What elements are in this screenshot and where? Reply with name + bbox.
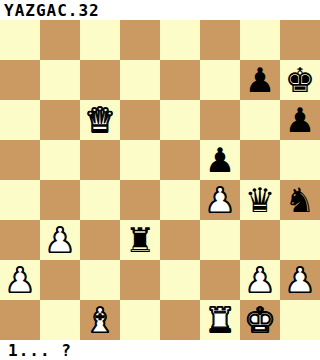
square-h4: ♞ (280, 180, 320, 220)
square-f4: ♟ (200, 180, 240, 220)
black-queen: ♛ (245, 180, 275, 220)
square-a5 (0, 140, 40, 180)
square-d2 (120, 260, 160, 300)
white-pawn: ♟ (5, 260, 35, 300)
square-e8 (160, 20, 200, 60)
square-h5 (280, 140, 320, 180)
square-c2 (80, 260, 120, 300)
puzzle-title: YAZGAC.32 (4, 1, 100, 20)
square-g6 (240, 100, 280, 140)
square-d3: ♜ (120, 220, 160, 260)
square-g2: ♟ (240, 260, 280, 300)
square-f5: ♟ (200, 140, 240, 180)
square-e3 (160, 220, 200, 260)
square-e4 (160, 180, 200, 220)
chess-board: ♟♚♛♟♟♟♛♞♟♜♟♟♟♝♜♚ (0, 20, 320, 340)
square-h3 (280, 220, 320, 260)
square-c7 (80, 60, 120, 100)
square-a1 (0, 300, 40, 340)
black-pawn: ♟ (285, 100, 315, 140)
square-b3: ♟ (40, 220, 80, 260)
square-c3 (80, 220, 120, 260)
square-f2 (200, 260, 240, 300)
square-f8 (200, 20, 240, 60)
square-b7 (40, 60, 80, 100)
square-f3 (200, 220, 240, 260)
square-a2: ♟ (0, 260, 40, 300)
black-rook: ♜ (125, 220, 155, 260)
caption-bar: 1... ? (0, 340, 320, 360)
square-e2 (160, 260, 200, 300)
square-b2 (40, 260, 80, 300)
square-b8 (40, 20, 80, 60)
black-pawn: ♟ (245, 60, 275, 100)
square-g8 (240, 20, 280, 60)
square-e5 (160, 140, 200, 180)
square-c6: ♛ (80, 100, 120, 140)
white-pawn: ♟ (45, 220, 75, 260)
square-h6: ♟ (280, 100, 320, 140)
square-g1: ♚ (240, 300, 280, 340)
square-c4 (80, 180, 120, 220)
square-g5 (240, 140, 280, 180)
move-prompt: 1... ? (8, 341, 72, 360)
white-pawn: ♟ (245, 260, 275, 300)
square-h8 (280, 20, 320, 60)
black-knight: ♞ (285, 180, 315, 220)
square-h7: ♚ (280, 60, 320, 100)
square-b1 (40, 300, 80, 340)
square-b6 (40, 100, 80, 140)
white-queen: ♛ (85, 100, 115, 140)
square-g3 (240, 220, 280, 260)
white-pawn: ♟ (205, 180, 235, 220)
square-a7 (0, 60, 40, 100)
white-bishop: ♝ (85, 300, 115, 340)
square-d1 (120, 300, 160, 340)
black-pawn: ♟ (205, 140, 235, 180)
square-a4 (0, 180, 40, 220)
square-f1: ♜ (200, 300, 240, 340)
title-bar: YAZGAC.32 (0, 0, 320, 20)
black-king: ♚ (285, 60, 315, 100)
white-rook: ♜ (205, 300, 235, 340)
white-king: ♚ (245, 300, 275, 340)
square-b5 (40, 140, 80, 180)
square-a8 (0, 20, 40, 60)
square-d8 (120, 20, 160, 60)
square-b4 (40, 180, 80, 220)
white-pawn: ♟ (285, 260, 315, 300)
square-g7: ♟ (240, 60, 280, 100)
square-c5 (80, 140, 120, 180)
square-c8 (80, 20, 120, 60)
square-h2: ♟ (280, 260, 320, 300)
square-d5 (120, 140, 160, 180)
square-g4: ♛ (240, 180, 280, 220)
square-a3 (0, 220, 40, 260)
square-h1 (280, 300, 320, 340)
square-d6 (120, 100, 160, 140)
square-e7 (160, 60, 200, 100)
square-e1 (160, 300, 200, 340)
square-d7 (120, 60, 160, 100)
square-a6 (0, 100, 40, 140)
square-f7 (200, 60, 240, 100)
square-e6 (160, 100, 200, 140)
square-c1: ♝ (80, 300, 120, 340)
square-f6 (200, 100, 240, 140)
square-d4 (120, 180, 160, 220)
